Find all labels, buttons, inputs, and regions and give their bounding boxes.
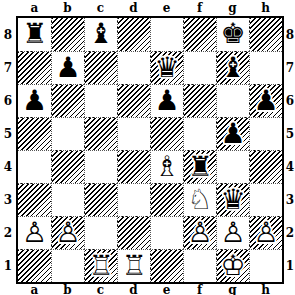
square-h8[interactable]: [249, 18, 282, 51]
square-g1[interactable]: ♚♔: [216, 249, 249, 282]
file-label-bottom-e: e: [150, 283, 183, 295]
square-b6[interactable]: [51, 84, 84, 117]
square-g5[interactable]: ♟: [216, 117, 249, 150]
square-f5[interactable]: [183, 117, 216, 150]
square-c2[interactable]: [84, 216, 117, 249]
white-pawn: ♟♙: [184, 217, 216, 249]
square-g7[interactable]: ♝: [216, 51, 249, 84]
square-f7[interactable]: [183, 51, 216, 84]
square-e8[interactable]: [150, 18, 183, 51]
square-d3[interactable]: [117, 183, 150, 216]
chess-diagram: abcdefgh 87654321 87654321 ♜♝♚♟♛♝♟♟♟♟♝♗♜…: [0, 0, 295, 295]
square-b5[interactable]: [51, 117, 84, 150]
rank-label-right-5: 5: [285, 117, 295, 150]
square-g4[interactable]: [216, 150, 249, 183]
square-h6[interactable]: ♟: [249, 84, 282, 117]
rank-labels-right: 87654321: [285, 18, 295, 282]
square-e7[interactable]: ♛: [150, 51, 183, 84]
file-label-top-h: h: [249, 0, 282, 16]
square-d1[interactable]: ♜♖: [117, 249, 150, 282]
white-rook: ♜♖: [118, 250, 150, 282]
square-h1[interactable]: [249, 249, 282, 282]
black-rook: ♜: [184, 151, 216, 183]
black-bishop: ♝: [217, 52, 249, 84]
square-f3[interactable]: ♞♘: [183, 183, 216, 216]
square-c8[interactable]: ♝: [84, 18, 117, 51]
file-label-top-f: f: [183, 0, 216, 16]
square-h3[interactable]: [249, 183, 282, 216]
rank-label-left-2: 2: [0, 216, 16, 249]
rank-label-right-8: 8: [285, 18, 295, 51]
black-rook: ♜: [18, 18, 51, 51]
square-f6[interactable]: [183, 84, 216, 117]
square-c1[interactable]: ♜♖: [84, 249, 117, 282]
black-pawn: ♟: [217, 118, 249, 150]
square-d6[interactable]: [117, 84, 150, 117]
square-h2[interactable]: ♟♙: [249, 216, 282, 249]
file-label-bottom-g: g: [216, 283, 249, 295]
white-pawn: ♟♙: [18, 217, 51, 249]
square-d2[interactable]: [117, 216, 150, 249]
file-label-top-c: c: [84, 0, 117, 16]
file-label-bottom-c: c: [84, 283, 117, 295]
black-bishop: ♝: [85, 18, 117, 51]
file-label-top-b: b: [51, 0, 84, 16]
rank-label-left-4: 4: [0, 150, 16, 183]
white-pawn: ♟♙: [250, 217, 282, 249]
file-label-top-a: a: [18, 0, 51, 16]
rank-label-left-1: 1: [0, 249, 16, 282]
rank-label-right-7: 7: [285, 51, 295, 84]
square-b4[interactable]: [51, 150, 84, 183]
rank-label-right-3: 3: [285, 183, 295, 216]
square-g2[interactable]: ♟♙: [216, 216, 249, 249]
square-g3[interactable]: ♛: [216, 183, 249, 216]
square-b1[interactable]: [51, 249, 84, 282]
rank-label-right-4: 4: [285, 150, 295, 183]
square-d8[interactable]: [117, 18, 150, 51]
square-a4[interactable]: [18, 150, 51, 183]
square-e2[interactable]: [150, 216, 183, 249]
square-f4[interactable]: ♜: [183, 150, 216, 183]
file-label-bottom-b: b: [51, 283, 84, 295]
rank-label-left-6: 6: [0, 84, 16, 117]
square-f8[interactable]: [183, 18, 216, 51]
square-c5[interactable]: [84, 117, 117, 150]
square-a5[interactable]: [18, 117, 51, 150]
square-a2[interactable]: ♟♙: [18, 216, 51, 249]
rank-label-right-1: 1: [285, 249, 295, 282]
black-pawn: ♟: [151, 85, 183, 117]
square-e5[interactable]: [150, 117, 183, 150]
square-g8[interactable]: ♚: [216, 18, 249, 51]
square-h4[interactable]: [249, 150, 282, 183]
black-king: ♚: [217, 18, 249, 51]
square-a8[interactable]: ♜: [18, 18, 51, 51]
square-a3[interactable]: [18, 183, 51, 216]
rank-label-left-7: 7: [0, 51, 16, 84]
square-g6[interactable]: [216, 84, 249, 117]
square-a1[interactable]: [18, 249, 51, 282]
square-d7[interactable]: [117, 51, 150, 84]
square-e6[interactable]: ♟: [150, 84, 183, 117]
file-label-bottom-d: d: [117, 283, 150, 295]
file-label-bottom-f: f: [183, 283, 216, 295]
rank-labels-left: 87654321: [0, 18, 16, 282]
square-h7[interactable]: [249, 51, 282, 84]
square-e1[interactable]: [150, 249, 183, 282]
file-labels-top: abcdefgh: [18, 0, 282, 16]
rank-label-left-5: 5: [0, 117, 16, 150]
black-pawn: ♟: [18, 85, 51, 117]
square-f2[interactable]: ♟♙: [183, 216, 216, 249]
black-pawn: ♟: [52, 52, 84, 84]
square-b3[interactable]: [51, 183, 84, 216]
white-king: ♚♔: [217, 250, 249, 282]
rank-label-right-2: 2: [285, 216, 295, 249]
white-rook: ♜♖: [85, 250, 117, 282]
file-label-top-d: d: [117, 0, 150, 16]
square-c4[interactable]: [84, 150, 117, 183]
rank-label-left-8: 8: [0, 18, 16, 51]
square-c7[interactable]: [84, 51, 117, 84]
square-c3[interactable]: [84, 183, 117, 216]
square-d5[interactable]: [117, 117, 150, 150]
file-label-top-e: e: [150, 0, 183, 16]
rank-label-right-6: 6: [285, 84, 295, 117]
black-queen: ♛: [151, 52, 183, 84]
file-labels-bottom: abcdefgh: [18, 283, 282, 295]
chess-board: ♜♝♚♟♛♝♟♟♟♟♝♗♜♞♘♛♟♙♟♙♟♙♟♙♟♙♜♖♜♖♚♔: [16, 16, 284, 284]
square-h5[interactable]: [249, 117, 282, 150]
white-knight: ♞♘: [184, 184, 216, 216]
square-b2[interactable]: ♟♙: [51, 216, 84, 249]
square-d4[interactable]: [117, 150, 150, 183]
square-b8[interactable]: [51, 18, 84, 51]
square-b7[interactable]: ♟: [51, 51, 84, 84]
square-e3[interactable]: [150, 183, 183, 216]
file-label-bottom-a: a: [18, 283, 51, 295]
rank-label-left-3: 3: [0, 183, 16, 216]
square-f1[interactable]: [183, 249, 216, 282]
square-c6[interactable]: [84, 84, 117, 117]
black-queen: ♛: [217, 184, 249, 216]
square-a7[interactable]: [18, 51, 51, 84]
white-bishop: ♝♗: [151, 151, 183, 183]
file-label-bottom-h: h: [249, 283, 282, 295]
file-label-top-g: g: [216, 0, 249, 16]
black-pawn: ♟: [250, 85, 282, 117]
white-pawn: ♟♙: [52, 217, 84, 249]
square-a6[interactable]: ♟: [18, 84, 51, 117]
square-e4[interactable]: ♝♗: [150, 150, 183, 183]
white-pawn: ♟♙: [217, 217, 249, 249]
